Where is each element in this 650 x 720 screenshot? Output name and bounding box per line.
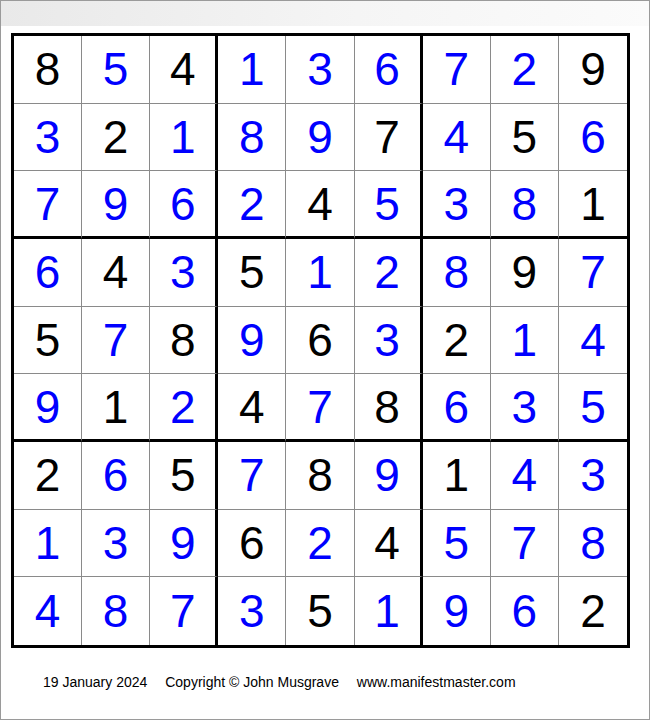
- sudoku-cell-r2c5: 9: [286, 104, 354, 172]
- sudoku-cell-r2c4: 8: [218, 104, 286, 172]
- sudoku-cell-r3c4: 2: [218, 171, 286, 239]
- sudoku-cell-r1c2: 5: [82, 36, 150, 104]
- sudoku-cell-r5c7: 2: [423, 307, 491, 375]
- sudoku-cell-r8c5: 2: [286, 510, 354, 578]
- sudoku-cell-r1c8: 2: [491, 36, 559, 104]
- sudoku-cell-r7c1: 2: [14, 442, 82, 510]
- sudoku-cell-r3c6: 5: [355, 171, 423, 239]
- sudoku-cell-r4c5: 1: [286, 239, 354, 307]
- sudoku-cell-r8c2: 3: [82, 510, 150, 578]
- sudoku-cell-r5c1: 5: [14, 307, 82, 375]
- sudoku-cell-r5c6: 3: [355, 307, 423, 375]
- sudoku-cell-r1c5: 3: [286, 36, 354, 104]
- sudoku-cell-r1c4: 1: [218, 36, 286, 104]
- sudoku-cell-r9c3: 7: [150, 577, 218, 645]
- sudoku-cell-r8c6: 4: [355, 510, 423, 578]
- sudoku-cell-r7c6: 9: [355, 442, 423, 510]
- sudoku-cell-r5c9: 4: [559, 307, 627, 375]
- sudoku-cell-r4c3: 3: [150, 239, 218, 307]
- sudoku-cell-r4c4: 5: [218, 239, 286, 307]
- sudoku-cell-r2c8: 5: [491, 104, 559, 172]
- sudoku-cell-r8c8: 7: [491, 510, 559, 578]
- sudoku-cell-r3c3: 6: [150, 171, 218, 239]
- sudoku-cell-r9c9: 2: [559, 577, 627, 645]
- sudoku-cell-r4c1: 6: [14, 239, 82, 307]
- sudoku-cell-r3c9: 1: [559, 171, 627, 239]
- sudoku-cell-r3c8: 8: [491, 171, 559, 239]
- sudoku-cell-r4c7: 8: [423, 239, 491, 307]
- sudoku-cell-r9c5: 5: [286, 577, 354, 645]
- sudoku-cell-r4c9: 7: [559, 239, 627, 307]
- sudoku-cell-r1c3: 4: [150, 36, 218, 104]
- sudoku-cell-r5c8: 1: [491, 307, 559, 375]
- sudoku-cell-r9c2: 8: [82, 577, 150, 645]
- sudoku-cell-r3c5: 4: [286, 171, 354, 239]
- sudoku-cell-r8c9: 8: [559, 510, 627, 578]
- sudoku-cell-r7c8: 4: [491, 442, 559, 510]
- sudoku-cell-r1c9: 9: [559, 36, 627, 104]
- sudoku-cell-r2c9: 6: [559, 104, 627, 172]
- sudoku-cell-r2c6: 7: [355, 104, 423, 172]
- sudoku-cell-r9c1: 4: [14, 577, 82, 645]
- sudoku-cell-r8c7: 5: [423, 510, 491, 578]
- sudoku-cell-r7c9: 3: [559, 442, 627, 510]
- sudoku-cell-r7c3: 5: [150, 442, 218, 510]
- sudoku-cell-r5c2: 7: [82, 307, 150, 375]
- sudoku-cell-r9c7: 9: [423, 577, 491, 645]
- sudoku-cell-r5c5: 6: [286, 307, 354, 375]
- sudoku-cell-r9c8: 6: [491, 577, 559, 645]
- window-top-strip: [1, 1, 649, 26]
- sudoku-cell-r6c4: 4: [218, 374, 286, 442]
- sudoku-cell-r7c5: 8: [286, 442, 354, 510]
- footer-copyright: Copyright © John Musgrave: [165, 674, 339, 690]
- sudoku-cell-r2c3: 1: [150, 104, 218, 172]
- sudoku-cell-r5c3: 8: [150, 307, 218, 375]
- sudoku-cell-r3c7: 3: [423, 171, 491, 239]
- sudoku-cell-r2c2: 2: [82, 104, 150, 172]
- sudoku-cell-r1c1: 8: [14, 36, 82, 104]
- sudoku-cell-r4c6: 2: [355, 239, 423, 307]
- sudoku-cell-r7c7: 1: [423, 442, 491, 510]
- sudoku-cell-r9c4: 3: [218, 577, 286, 645]
- sudoku-cell-r6c7: 6: [423, 374, 491, 442]
- sudoku-cell-r9c6: 1: [355, 577, 423, 645]
- sudoku-cell-r6c2: 1: [82, 374, 150, 442]
- sudoku-cell-r8c1: 1: [14, 510, 82, 578]
- footer-date: 19 January 2024: [43, 674, 147, 690]
- sudoku-cell-r6c3: 2: [150, 374, 218, 442]
- sudoku-cell-r6c9: 5: [559, 374, 627, 442]
- sudoku-cell-r1c6: 6: [355, 36, 423, 104]
- footer-website: www.manifestmaster.com: [357, 674, 516, 690]
- sudoku-cell-r6c5: 7: [286, 374, 354, 442]
- sudoku-cell-r7c2: 6: [82, 442, 150, 510]
- sudoku-cell-r6c1: 9: [14, 374, 82, 442]
- sudoku-cell-r4c2: 4: [82, 239, 150, 307]
- sudoku-cell-r8c4: 6: [218, 510, 286, 578]
- sudoku-cell-r7c4: 7: [218, 442, 286, 510]
- sudoku-cell-r1c7: 7: [423, 36, 491, 104]
- sudoku-cell-r4c8: 9: [491, 239, 559, 307]
- sudoku-cell-r2c1: 3: [14, 104, 82, 172]
- sudoku-cell-r6c8: 3: [491, 374, 559, 442]
- sudoku-cell-r5c4: 9: [218, 307, 286, 375]
- sudoku-cell-r6c6: 8: [355, 374, 423, 442]
- sudoku-cell-r3c1: 7: [14, 171, 82, 239]
- sudoku-cell-r2c7: 4: [423, 104, 491, 172]
- sudoku-cell-r3c2: 9: [82, 171, 150, 239]
- sudoku-board: 8541367293218974567962453816435128975789…: [11, 33, 630, 648]
- sudoku-cell-r8c3: 9: [150, 510, 218, 578]
- footer: 19 January 2024 Copyright © John Musgrav…: [43, 674, 516, 690]
